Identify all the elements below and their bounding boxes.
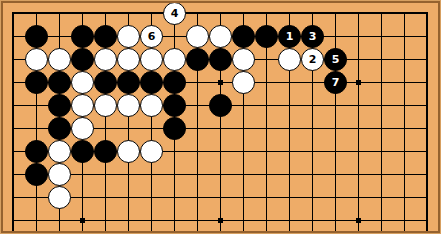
- stone-white-6-5: [117, 94, 140, 117]
- stone-black-11-2: [232, 25, 255, 48]
- stone-white-5-3: [94, 48, 117, 71]
- star-point: [218, 80, 223, 85]
- stone-black-6-4: [117, 71, 140, 94]
- stone-black-2-4: [25, 71, 48, 94]
- stone-white-11-3: [232, 48, 255, 71]
- stone-white-3-7: [48, 140, 71, 163]
- stone-black-5-2: [94, 25, 117, 48]
- stone-white-6-7: [117, 140, 140, 163]
- frame-inner-bottom: [1, 231, 440, 233]
- stone-black-2-8: [25, 163, 48, 186]
- grid-line-v: [404, 13, 405, 231]
- stone-black-3-6: [48, 117, 71, 140]
- grid-line-v: [12, 13, 14, 231]
- stone-white-7-5: [140, 94, 163, 117]
- grid-line-h: [12, 174, 428, 175]
- stone-white-9-2: [186, 25, 209, 48]
- star-point: [80, 218, 85, 223]
- stone-black-15-4: 7: [324, 71, 347, 94]
- grid-line-v: [426, 13, 428, 231]
- frame-inner-right: [438, 1, 440, 233]
- stone-white-4-6: [71, 117, 94, 140]
- move-number: 2: [309, 54, 317, 65]
- stone-black-13-2: 1: [278, 25, 301, 48]
- stone-white-13-3: [278, 48, 301, 71]
- stone-white-7-2: 6: [140, 25, 163, 48]
- go-board: 4613257: [0, 0, 441, 234]
- stone-black-8-4: [163, 71, 186, 94]
- stone-black-4-3: [71, 48, 94, 71]
- stone-white-3-3: [48, 48, 71, 71]
- stone-white-8-3: [163, 48, 186, 71]
- stone-black-3-5: [48, 94, 71, 117]
- stone-white-7-3: [140, 48, 163, 71]
- grid-line-h: [12, 12, 428, 14]
- star-point: [218, 218, 223, 223]
- stone-black-14-2: 3: [301, 25, 324, 48]
- star-point: [356, 80, 361, 85]
- move-number: 5: [332, 54, 340, 65]
- grid-line-h: [12, 197, 428, 198]
- stone-black-2-2: [25, 25, 48, 48]
- move-number: 7: [332, 77, 340, 88]
- stone-white-6-2: [117, 25, 140, 48]
- star-point: [356, 218, 361, 223]
- stone-white-8-1: 4: [163, 2, 186, 25]
- stone-white-5-5: [94, 94, 117, 117]
- stone-white-10-2: [209, 25, 232, 48]
- stone-black-3-4: [48, 71, 71, 94]
- move-number: 3: [309, 31, 317, 42]
- stone-black-2-7: [25, 140, 48, 163]
- frame-inner-left: [1, 1, 3, 233]
- stone-black-9-3: [186, 48, 209, 71]
- move-number: 1: [286, 31, 294, 42]
- frame-inner-top: [1, 1, 440, 3]
- stone-black-5-7: [94, 140, 117, 163]
- stone-white-3-9: [48, 186, 71, 209]
- stone-white-3-8: [48, 163, 71, 186]
- stone-white-4-4: [71, 71, 94, 94]
- stone-black-8-6: [163, 117, 186, 140]
- stone-white-6-3: [117, 48, 140, 71]
- stone-black-4-2: [71, 25, 94, 48]
- stone-white-4-5: [71, 94, 94, 117]
- stone-black-4-7: [71, 140, 94, 163]
- stone-black-10-5: [209, 94, 232, 117]
- frame-outer-bottom: [0, 233, 441, 234]
- stone-black-15-3: 5: [324, 48, 347, 71]
- stone-white-2-3: [25, 48, 48, 71]
- stone-black-5-4: [94, 71, 117, 94]
- stone-black-8-5: [163, 94, 186, 117]
- move-number: 6: [148, 31, 156, 42]
- grid-line-v: [358, 13, 359, 231]
- stone-white-7-7: [140, 140, 163, 163]
- stone-black-10-3: [209, 48, 232, 71]
- stone-white-11-4: [232, 71, 255, 94]
- grid-line-v: [381, 13, 382, 231]
- stone-black-7-4: [140, 71, 163, 94]
- move-number: 4: [171, 8, 179, 19]
- grid-line-v: [335, 13, 336, 231]
- stone-black-12-2: [255, 25, 278, 48]
- stone-white-14-3: 2: [301, 48, 324, 71]
- go-board-diagram: 4613257: [0, 0, 441, 234]
